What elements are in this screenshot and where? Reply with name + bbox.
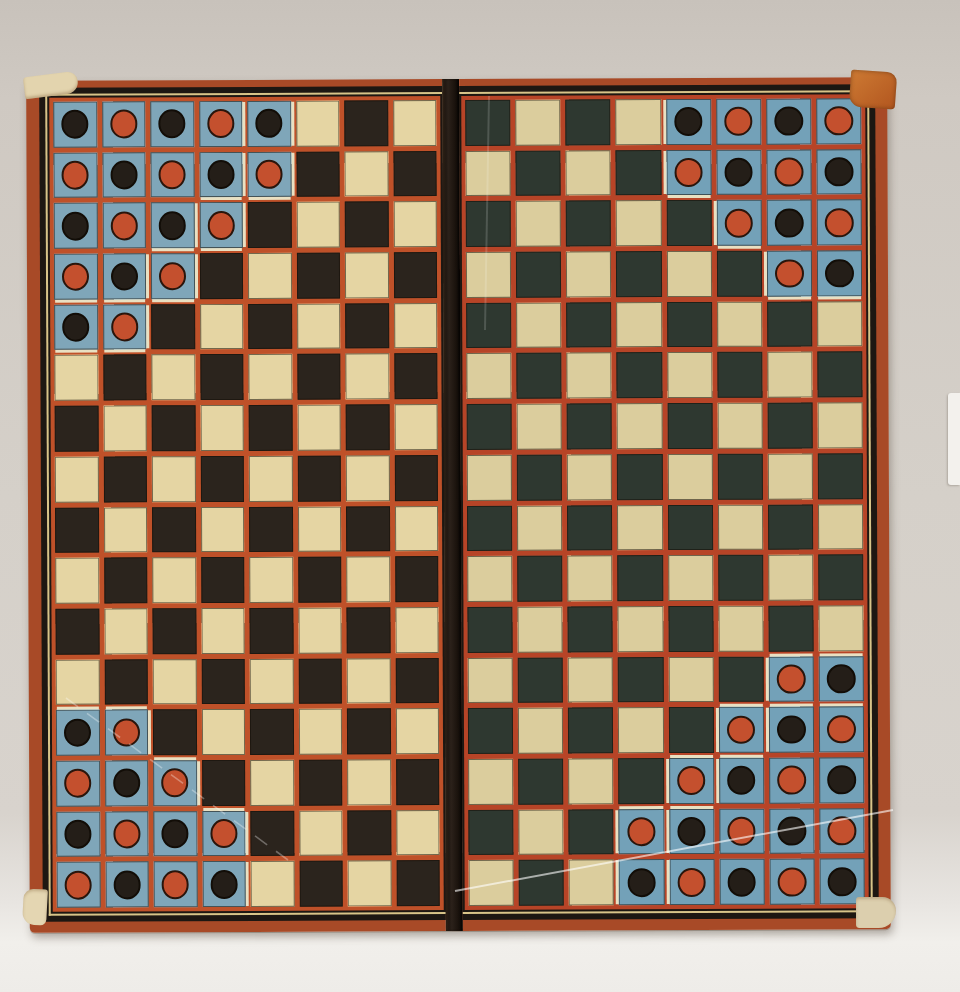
square-r8-c7[interactable] <box>346 455 390 501</box>
square-r1-c9[interactable] <box>465 100 510 146</box>
square-r16-c16[interactable] <box>819 859 864 905</box>
square-r6-c11[interactable] <box>567 353 612 399</box>
square-r2-c12[interactable] <box>616 150 661 196</box>
square-r2-c2[interactable] <box>102 152 146 198</box>
square-r5-c9[interactable] <box>466 303 511 349</box>
square-r14-c5[interactable] <box>250 760 294 806</box>
square-r14-c3[interactable] <box>153 760 197 806</box>
square-r3-c4[interactable] <box>199 202 243 248</box>
square-r5-c14[interactable] <box>717 301 762 347</box>
camp-marker-red <box>65 870 93 899</box>
square-r15-c13[interactable] <box>669 809 714 855</box>
square-r13-c15[interactable] <box>769 707 814 753</box>
square-r10-c4[interactable] <box>201 557 245 603</box>
square-r9-c13[interactable] <box>668 504 713 550</box>
square-r14-c13[interactable] <box>669 758 714 804</box>
square-r14-c8[interactable] <box>396 759 440 805</box>
camp-marker-red <box>775 158 804 187</box>
camp-marker-black <box>677 817 706 846</box>
square-r3-c10[interactable] <box>516 201 561 247</box>
camp-marker-red <box>727 715 756 744</box>
square-r8-c4[interactable] <box>200 456 244 502</box>
square-r6-c5[interactable] <box>248 354 292 400</box>
camp-marker-red <box>725 209 754 238</box>
square-r1-c13[interactable] <box>666 99 711 145</box>
square-r12-c8[interactable] <box>395 658 439 704</box>
square-r5-c15[interactable] <box>767 301 812 347</box>
square-r15-c7[interactable] <box>347 810 391 856</box>
square-r11-c13[interactable] <box>668 606 713 652</box>
square-r5-c2[interactable] <box>103 304 147 350</box>
square-r9-c4[interactable] <box>201 506 245 552</box>
square-r11-c8[interactable] <box>395 607 439 653</box>
square-r4-c1[interactable] <box>54 254 98 300</box>
square-r16-c5[interactable] <box>251 861 295 907</box>
camp-marker-black <box>161 819 189 848</box>
tabletop-background <box>0 0 960 992</box>
square-r1-c11[interactable] <box>565 99 610 145</box>
square-r16-c2[interactable] <box>105 862 149 908</box>
square-r5-c8[interactable] <box>394 303 438 349</box>
square-r7-c1[interactable] <box>55 406 99 452</box>
camp-marker-red <box>777 665 806 694</box>
square-r5-c5[interactable] <box>248 303 292 349</box>
square-r8-c11[interactable] <box>567 454 612 500</box>
square-r9-c15[interactable] <box>768 504 813 550</box>
square-r9-c2[interactable] <box>104 507 148 553</box>
square-r13-c12[interactable] <box>618 707 663 753</box>
square-r4-c16[interactable] <box>817 250 862 296</box>
square-r9-c16[interactable] <box>818 504 863 550</box>
square-r16-c8[interactable] <box>396 860 440 906</box>
square-r3-c12[interactable] <box>616 200 661 246</box>
square-r14-c7[interactable] <box>347 759 391 805</box>
square-r6-c16[interactable] <box>817 352 862 398</box>
square-r2-c6[interactable] <box>296 151 340 197</box>
square-r3-c5[interactable] <box>248 202 292 248</box>
square-r12-c10[interactable] <box>518 657 563 703</box>
square-r13-c2[interactable] <box>104 710 148 756</box>
square-r5-c7[interactable] <box>345 303 389 349</box>
square-r14-c4[interactable] <box>202 760 246 806</box>
square-r13-c7[interactable] <box>347 709 391 755</box>
square-r2-c16[interactable] <box>816 149 861 195</box>
square-r16-c9[interactable] <box>469 860 514 906</box>
square-r7-c11[interactable] <box>567 403 612 449</box>
square-r4-c6[interactable] <box>296 253 340 299</box>
square-r14-c16[interactable] <box>819 757 864 803</box>
square-r11-c12[interactable] <box>618 606 663 652</box>
square-r10-c13[interactable] <box>668 555 713 601</box>
square-r5-c6[interactable] <box>297 303 341 349</box>
square-r16-c15[interactable] <box>769 859 814 905</box>
square-r3-c11[interactable] <box>566 201 611 247</box>
square-r1-c10[interactable] <box>515 100 560 146</box>
camp-marker-black <box>207 160 235 189</box>
square-r2-c8[interactable] <box>393 151 437 197</box>
square-r3-c9[interactable] <box>466 201 511 247</box>
square-r7-c3[interactable] <box>152 405 196 451</box>
square-r10-c2[interactable] <box>104 558 148 604</box>
camp-marker-red <box>724 107 753 136</box>
square-r14-c1[interactable] <box>56 761 100 807</box>
square-r14-c12[interactable] <box>618 758 663 804</box>
board-left-half <box>26 79 446 933</box>
square-r2-c5[interactable] <box>247 151 291 197</box>
square-r11-c10[interactable] <box>518 606 563 652</box>
square-r12-c1[interactable] <box>56 659 100 705</box>
square-r11-c5[interactable] <box>249 608 293 654</box>
camp-marker-red <box>210 819 238 848</box>
right-grid <box>461 94 869 910</box>
camp-marker-black <box>827 766 856 795</box>
square-r11-c1[interactable] <box>55 608 99 654</box>
square-r16-c6[interactable] <box>299 861 343 907</box>
square-r9-c8[interactable] <box>395 506 439 552</box>
square-r15-c15[interactable] <box>769 808 814 854</box>
square-r3-c15[interactable] <box>766 200 811 246</box>
square-r5-c11[interactable] <box>566 302 611 348</box>
square-r11-c3[interactable] <box>152 608 196 654</box>
square-r4-c4[interactable] <box>199 253 243 299</box>
square-r15-c6[interactable] <box>299 810 343 856</box>
square-r4-c11[interactable] <box>566 251 611 297</box>
square-r1-c15[interactable] <box>766 98 811 144</box>
right-frame-black-band <box>459 84 879 920</box>
square-r6-c14[interactable] <box>717 352 762 398</box>
camp-marker-black <box>210 870 238 899</box>
square-r14-c15[interactable] <box>769 757 814 803</box>
square-r7-c10[interactable] <box>517 404 562 450</box>
square-r8-c10[interactable] <box>517 454 562 500</box>
square-r8-c12[interactable] <box>617 454 662 500</box>
square-r14-c11[interactable] <box>568 758 613 804</box>
square-r7-c13[interactable] <box>667 403 712 449</box>
square-r2-c11[interactable] <box>566 150 611 196</box>
square-r13-c4[interactable] <box>201 709 245 755</box>
square-r7-c4[interactable] <box>200 405 244 451</box>
square-r7-c9[interactable] <box>467 404 512 450</box>
square-r1-c7[interactable] <box>344 100 388 146</box>
square-r10-c14[interactable] <box>718 555 763 601</box>
square-r3-c1[interactable] <box>54 203 98 249</box>
square-r8-c3[interactable] <box>152 456 196 502</box>
square-r2-c3[interactable] <box>150 152 194 198</box>
square-r1-c3[interactable] <box>150 101 194 147</box>
square-r15-c14[interactable] <box>719 808 764 854</box>
square-r6-c10[interactable] <box>516 353 561 399</box>
square-r15-c11[interactable] <box>569 809 614 855</box>
square-r10-c5[interactable] <box>249 557 293 603</box>
square-r3-c8[interactable] <box>393 201 437 247</box>
square-r8-c8[interactable] <box>394 455 438 501</box>
square-r13-c13[interactable] <box>668 707 713 753</box>
square-r5-c4[interactable] <box>200 304 244 350</box>
square-r11-c6[interactable] <box>298 607 342 653</box>
square-r4-c5[interactable] <box>248 253 292 299</box>
square-r6-c12[interactable] <box>617 353 662 399</box>
square-r8-c15[interactable] <box>768 453 813 499</box>
square-r8-c5[interactable] <box>249 456 293 502</box>
square-r5-c1[interactable] <box>54 304 98 350</box>
square-r8-c2[interactable] <box>103 456 147 502</box>
square-r3-c14[interactable] <box>716 200 761 246</box>
camp-marker-red <box>677 766 706 795</box>
square-r11-c11[interactable] <box>568 606 613 652</box>
square-r15-c10[interactable] <box>518 809 563 855</box>
square-r7-c7[interactable] <box>346 404 390 450</box>
square-r5-c10[interactable] <box>516 302 561 348</box>
square-r10-c15[interactable] <box>768 555 813 601</box>
square-r12-c14[interactable] <box>718 656 763 702</box>
square-r12-c12[interactable] <box>618 657 663 703</box>
square-r5-c13[interactable] <box>667 302 712 348</box>
square-r7-c6[interactable] <box>297 405 341 451</box>
square-r14-c9[interactable] <box>468 759 513 805</box>
square-r8-c16[interactable] <box>818 453 863 499</box>
square-r13-c14[interactable] <box>719 707 764 753</box>
square-r16-c11[interactable] <box>569 860 614 906</box>
square-r13-c6[interactable] <box>298 709 342 755</box>
square-r10-c16[interactable] <box>818 554 863 600</box>
square-r15-c1[interactable] <box>56 811 100 857</box>
square-r12-c2[interactable] <box>104 659 148 705</box>
square-r9-c11[interactable] <box>567 505 612 551</box>
square-r2-c13[interactable] <box>666 150 711 196</box>
camp-marker-black <box>158 110 186 139</box>
square-r12-c11[interactable] <box>568 657 613 703</box>
board-right-half <box>459 77 891 931</box>
square-r5-c16[interactable] <box>817 301 862 347</box>
square-r13-c10[interactable] <box>518 708 563 754</box>
square-r1-c12[interactable] <box>616 99 661 145</box>
square-r10-c8[interactable] <box>395 556 439 602</box>
camp-marker-red <box>161 769 189 798</box>
square-r8-c13[interactable] <box>667 454 712 500</box>
square-r1-c5[interactable] <box>247 101 291 147</box>
camp-marker-red <box>674 158 703 187</box>
square-r15-c9[interactable] <box>468 809 513 855</box>
square-r11-c4[interactable] <box>201 608 245 654</box>
camp-marker-black <box>113 870 141 899</box>
square-r8-c1[interactable] <box>55 456 99 502</box>
square-r12-c6[interactable] <box>298 658 342 704</box>
square-r9-c9[interactable] <box>467 505 512 551</box>
paper-edge <box>948 393 960 485</box>
square-r4-c9[interactable] <box>466 252 511 298</box>
square-r15-c3[interactable] <box>153 811 197 857</box>
square-r13-c1[interactable] <box>56 710 100 756</box>
square-r14-c10[interactable] <box>518 758 563 804</box>
square-r10-c11[interactable] <box>567 556 612 602</box>
square-r6-c2[interactable] <box>103 355 147 401</box>
square-r6-c13[interactable] <box>667 352 712 398</box>
square-r7-c15[interactable] <box>767 403 812 449</box>
square-r15-c12[interactable] <box>619 809 664 855</box>
square-r12-c16[interactable] <box>819 656 864 702</box>
square-r11-c14[interactable] <box>718 606 763 652</box>
square-r10-c3[interactable] <box>152 557 196 603</box>
square-r8-c9[interactable] <box>467 455 512 501</box>
square-r9-c5[interactable] <box>249 506 293 552</box>
camp-marker-red <box>777 766 806 795</box>
square-r13-c16[interactable] <box>819 706 864 752</box>
square-r7-c12[interactable] <box>617 403 662 449</box>
square-r3-c13[interactable] <box>666 200 711 246</box>
square-r11-c16[interactable] <box>818 605 863 651</box>
square-r15-c8[interactable] <box>396 810 440 856</box>
square-r16-c7[interactable] <box>348 861 392 907</box>
camp-marker-red <box>111 313 139 342</box>
square-r12-c5[interactable] <box>250 658 294 704</box>
square-r1-c2[interactable] <box>102 101 146 147</box>
square-r9-c12[interactable] <box>617 505 662 551</box>
square-r13-c5[interactable] <box>250 709 294 755</box>
square-r10-c10[interactable] <box>517 556 562 602</box>
square-r14-c14[interactable] <box>719 758 764 804</box>
square-r12-c7[interactable] <box>347 658 391 704</box>
square-r5-c12[interactable] <box>616 302 661 348</box>
square-r6-c3[interactable] <box>151 355 195 401</box>
square-r6-c4[interactable] <box>200 354 244 400</box>
square-r9-c7[interactable] <box>346 506 390 552</box>
square-r4-c2[interactable] <box>102 253 146 299</box>
square-r15-c5[interactable] <box>250 810 294 856</box>
square-r12-c9[interactable] <box>468 657 513 703</box>
square-r10-c9[interactable] <box>467 556 512 602</box>
square-r13-c11[interactable] <box>568 708 613 754</box>
square-r10-c12[interactable] <box>618 555 663 601</box>
square-r6-c6[interactable] <box>297 354 341 400</box>
square-r9-c10[interactable] <box>517 505 562 551</box>
square-r9-c1[interactable] <box>55 507 99 553</box>
camp-marker-black <box>777 817 806 846</box>
square-r12-c4[interactable] <box>201 658 245 704</box>
square-r1-c4[interactable] <box>199 101 243 147</box>
camp-marker-black <box>724 158 753 187</box>
camp-marker-red <box>778 867 807 896</box>
camp-marker-black <box>159 211 187 240</box>
camp-marker-red <box>827 715 856 744</box>
square-r10-c1[interactable] <box>55 558 99 604</box>
square-r7-c16[interactable] <box>817 402 862 448</box>
square-r2-c4[interactable] <box>199 152 243 198</box>
camp-marker-black <box>110 161 138 190</box>
square-r4-c12[interactable] <box>616 251 661 297</box>
square-r16-c10[interactable] <box>519 860 564 906</box>
square-r3-c2[interactable] <box>102 203 146 249</box>
square-r1-c1[interactable] <box>53 102 97 148</box>
square-r1-c8[interactable] <box>393 100 437 146</box>
square-r2-c10[interactable] <box>516 150 561 196</box>
square-r4-c13[interactable] <box>666 251 711 297</box>
square-r15-c2[interactable] <box>105 811 149 857</box>
square-r5-c3[interactable] <box>151 304 195 350</box>
square-r7-c5[interactable] <box>249 405 293 451</box>
square-r14-c6[interactable] <box>299 759 343 805</box>
square-r13-c8[interactable] <box>395 708 439 754</box>
square-r12-c13[interactable] <box>668 656 713 702</box>
square-r3-c3[interactable] <box>151 203 195 249</box>
camp-marker-red <box>775 259 804 288</box>
square-r4-c8[interactable] <box>393 252 437 298</box>
square-r12-c15[interactable] <box>768 656 813 702</box>
square-r11-c15[interactable] <box>768 605 813 651</box>
square-r16-c1[interactable] <box>57 862 101 908</box>
square-r1-c16[interactable] <box>816 98 861 144</box>
camp-marker-red <box>828 816 857 845</box>
square-r2-c15[interactable] <box>766 149 811 195</box>
camp-marker-red <box>62 161 90 190</box>
square-r2-c7[interactable] <box>344 151 388 197</box>
square-r15-c16[interactable] <box>819 808 864 854</box>
camp-marker-black <box>64 718 92 747</box>
square-r7-c8[interactable] <box>394 404 438 450</box>
square-r15-c4[interactable] <box>202 811 246 857</box>
camp-marker-black <box>61 110 89 139</box>
left-frame-pinstripe <box>45 92 446 916</box>
square-r13-c3[interactable] <box>153 709 197 755</box>
square-r16-c13[interactable] <box>669 859 714 905</box>
camp-marker-black <box>827 664 856 693</box>
square-r6-c1[interactable] <box>54 355 98 401</box>
square-r4-c14[interactable] <box>717 251 762 297</box>
square-r16-c14[interactable] <box>719 859 764 905</box>
left-frame-black-band <box>39 86 446 922</box>
square-r11-c2[interactable] <box>104 608 148 654</box>
square-r16-c3[interactable] <box>154 861 198 907</box>
square-r8-c6[interactable] <box>297 455 341 501</box>
square-r2-c1[interactable] <box>53 152 97 198</box>
square-r11-c7[interactable] <box>346 607 390 653</box>
square-r6-c7[interactable] <box>345 354 389 400</box>
square-r3-c16[interactable] <box>817 200 862 246</box>
square-r8-c14[interactable] <box>717 453 762 499</box>
square-r9-c6[interactable] <box>298 506 342 552</box>
camp-marker-red <box>256 160 284 189</box>
square-r16-c12[interactable] <box>619 859 664 905</box>
square-r12-c3[interactable] <box>153 659 197 705</box>
square-r6-c15[interactable] <box>767 352 812 398</box>
square-r9-c14[interactable] <box>718 504 763 550</box>
square-r1-c14[interactable] <box>716 99 761 145</box>
square-r6-c9[interactable] <box>466 353 511 399</box>
square-r16-c4[interactable] <box>202 861 246 907</box>
square-r3-c7[interactable] <box>345 202 389 248</box>
square-r3-c6[interactable] <box>296 202 340 248</box>
square-r1-c6[interactable] <box>296 101 340 147</box>
square-r11-c9[interactable] <box>467 607 512 653</box>
square-r7-c2[interactable] <box>103 405 147 451</box>
square-r10-c7[interactable] <box>346 556 390 602</box>
square-r2-c14[interactable] <box>716 149 761 195</box>
square-r14-c2[interactable] <box>105 760 149 806</box>
camp-marker-red <box>825 208 854 237</box>
square-r10-c6[interactable] <box>298 557 342 603</box>
square-r9-c3[interactable] <box>152 507 196 553</box>
camp-marker-black <box>828 867 857 896</box>
square-r4-c7[interactable] <box>345 252 389 298</box>
square-r4-c10[interactable] <box>516 252 561 298</box>
camp-marker-red <box>113 819 141 848</box>
square-r4-c3[interactable] <box>151 253 195 299</box>
square-r13-c9[interactable] <box>468 708 513 754</box>
square-r2-c9[interactable] <box>465 150 510 196</box>
square-r7-c14[interactable] <box>717 403 762 449</box>
square-r4-c15[interactable] <box>767 251 812 297</box>
square-r6-c8[interactable] <box>394 354 438 400</box>
camp-marker-black <box>825 259 854 288</box>
